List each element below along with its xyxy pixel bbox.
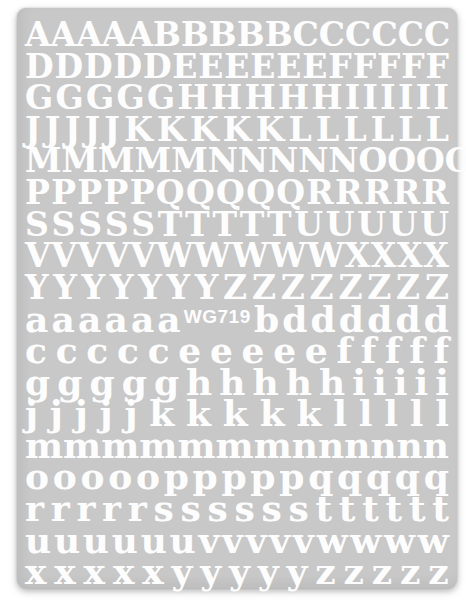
sticker-row: JJJJJKKKKKLLLLLL <box>25 114 449 146</box>
letter-sticker: z <box>400 553 420 589</box>
letter-sticker: y <box>200 553 221 589</box>
letter-sticker: y <box>286 553 307 589</box>
letter-sticker: x <box>113 553 134 589</box>
letter-sticker: z <box>372 553 392 589</box>
letter-sticker: x <box>54 553 75 589</box>
letter-sticker: x <box>25 553 46 589</box>
sticker-row: DDDDDEEEEEEFFFFF <box>25 51 449 83</box>
letter-sticker: z <box>344 553 364 589</box>
sticker-row: SSSSSTTTTTUUUUU <box>25 208 449 240</box>
letter-sticker: x <box>142 553 163 589</box>
letter-sticker: x <box>84 553 105 589</box>
sticker-row: MMMMMNNNNNOOOOO <box>25 145 449 177</box>
letter-sticker: Y <box>195 271 219 304</box>
sticker-row: xxxxxyyyyyzzzzz <box>25 555 449 587</box>
sheet-code: WG719 <box>184 307 251 326</box>
letter-sticker: y <box>171 553 192 589</box>
sticker-sheet: AAAAABBBBBCCCCCCDDDDDEEEEEEFFFFFGGGGGHHH… <box>17 8 457 588</box>
letter-sticker: y <box>258 553 279 589</box>
letter-sticker: y <box>229 553 250 589</box>
sticker-row: GGGGGHHHHHIIIIII <box>25 82 449 114</box>
letter-sticker: z <box>428 553 448 589</box>
letter-sticker: Z <box>223 271 247 304</box>
sticker-row: AAAAABBBBBCCCCCC <box>25 19 449 51</box>
sticker-row: PPPPPQQQQQRRRRR <box>25 177 449 209</box>
letter-sticker: z <box>315 553 335 589</box>
sticker-row: VVVVVWWWWWXXXX <box>25 240 449 272</box>
